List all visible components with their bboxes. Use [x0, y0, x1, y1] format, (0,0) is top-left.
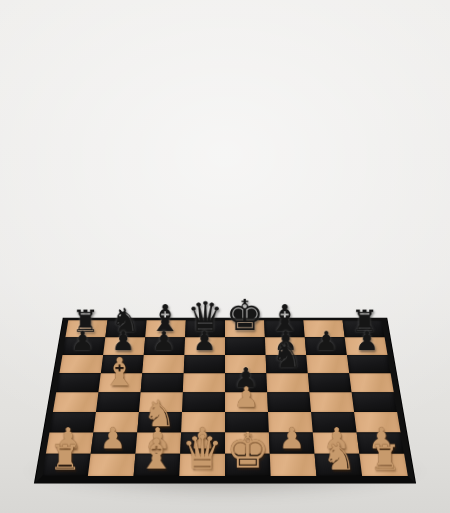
square-c1[interactable]: ♝	[134, 454, 181, 476]
square-c6[interactable]	[142, 355, 184, 373]
black-pawn[interactable]: ♟	[184, 328, 225, 354]
square-e8[interactable]: ♚	[225, 320, 265, 337]
black-pawn[interactable]: ♟	[144, 328, 185, 354]
square-h6[interactable]	[347, 355, 391, 373]
square-a4[interactable]	[53, 392, 99, 412]
square-g4[interactable]	[309, 392, 354, 412]
white-rook[interactable]: ♜	[42, 441, 88, 476]
photo-backdrop: ♜♞♝♛♚♝♜♟♟♟♟♟♟♟♞♝♟♟♞♟♟♟♟♟♟♟♜♝♛♚♞♜	[0, 0, 450, 513]
square-f6[interactable]: ♞	[266, 355, 308, 373]
square-c5[interactable]	[141, 373, 184, 392]
square-d7[interactable]: ♟	[184, 337, 225, 355]
square-d1[interactable]: ♛	[179, 454, 225, 476]
square-g7[interactable]: ♟	[305, 337, 347, 355]
square-g1[interactable]: ♞	[315, 454, 363, 476]
black-knight[interactable]: ♞	[266, 339, 307, 373]
white-pawn[interactable]: ♟	[270, 424, 315, 453]
square-e7[interactable]	[225, 337, 266, 355]
square-a1[interactable]: ♜	[42, 454, 91, 476]
square-d5[interactable]	[183, 373, 225, 392]
black-king[interactable]: ♚	[225, 294, 265, 336]
square-f1[interactable]	[270, 454, 317, 476]
square-d4[interactable]	[182, 392, 225, 412]
square-g5[interactable]	[308, 373, 352, 392]
square-h5[interactable]	[349, 373, 394, 392]
white-pawn[interactable]: ♟	[91, 424, 136, 453]
chess-board-grid: ♜♞♝♛♚♝♜♟♟♟♟♟♟♟♞♝♟♟♞♟♟♟♟♟♟♟♜♝♛♚♞♜	[35, 318, 415, 483]
square-b5[interactable]: ♝	[98, 373, 142, 392]
white-bishop[interactable]: ♝	[134, 434, 180, 476]
square-b2[interactable]: ♟	[91, 432, 138, 453]
square-e4[interactable]: ♟	[225, 392, 268, 412]
square-e1[interactable]: ♚	[225, 454, 271, 476]
white-queen[interactable]: ♛	[179, 429, 225, 476]
square-h7[interactable]: ♟	[345, 337, 388, 355]
square-c7[interactable]: ♟	[144, 337, 185, 355]
square-a5[interactable]	[56, 373, 101, 392]
chess-board: ♜♞♝♛♚♝♜♟♟♟♟♟♟♟♞♝♟♟♞♟♟♟♟♟♟♟♜♝♛♚♞♜	[35, 318, 415, 483]
square-f4[interactable]	[267, 392, 311, 412]
square-f2[interactable]: ♟	[269, 432, 315, 453]
square-a6[interactable]	[59, 355, 103, 373]
square-g6[interactable]	[306, 355, 349, 373]
square-b1[interactable]	[88, 454, 136, 476]
white-bishop[interactable]: ♝	[98, 353, 140, 392]
black-pawn[interactable]: ♟	[347, 328, 388, 354]
white-rook[interactable]: ♜	[362, 441, 408, 476]
black-pawn[interactable]: ♟	[306, 328, 347, 354]
square-f5[interactable]	[266, 373, 309, 392]
white-knight[interactable]: ♞	[316, 438, 362, 476]
square-b4[interactable]	[96, 392, 141, 412]
white-pawn[interactable]: ♟	[225, 383, 268, 411]
square-h4[interactable]	[352, 392, 398, 412]
square-d6[interactable]	[184, 355, 225, 373]
square-h1[interactable]: ♜	[359, 454, 408, 476]
white-king[interactable]: ♚	[225, 427, 271, 476]
black-pawn[interactable]: ♟	[63, 328, 104, 354]
